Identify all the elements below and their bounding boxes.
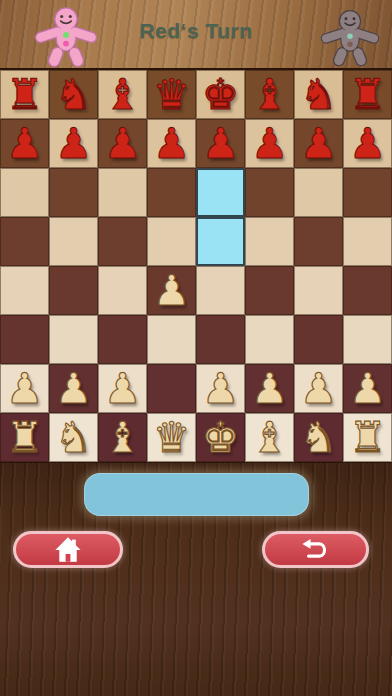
- square-a1[interactable]: ♜: [0, 413, 49, 462]
- square-h4[interactable]: [343, 266, 392, 315]
- square-g5[interactable]: [294, 217, 343, 266]
- square-d4[interactable]: ♟: [147, 266, 196, 315]
- square-a3[interactable]: [0, 315, 49, 364]
- square-f8[interactable]: ♝: [245, 70, 294, 119]
- square-e4[interactable]: [196, 266, 245, 315]
- piece-red-king-e8[interactable]: ♚: [202, 70, 240, 119]
- square-d8[interactable]: ♛: [147, 70, 196, 119]
- piece-red-queen-d8[interactable]: ♛: [153, 70, 191, 119]
- piece-red-rook-a8[interactable]: ♜: [6, 70, 44, 119]
- square-h2[interactable]: ♟: [343, 364, 392, 413]
- square-c7[interactable]: ♟: [98, 119, 147, 168]
- square-b7[interactable]: ♟: [49, 119, 98, 168]
- square-f4[interactable]: [245, 266, 294, 315]
- piece-white-pawn-h2[interactable]: ♟: [349, 364, 387, 413]
- piece-white-bishop-c1[interactable]: ♝: [104, 413, 142, 462]
- piece-red-pawn-a7[interactable]: ♟: [6, 119, 44, 168]
- square-h1[interactable]: ♜: [343, 413, 392, 462]
- square-d6[interactable]: [147, 168, 196, 217]
- square-e2[interactable]: ♟: [196, 364, 245, 413]
- piece-red-bishop-f8[interactable]: ♝: [251, 70, 289, 119]
- square-b2[interactable]: ♟: [49, 364, 98, 413]
- app-screen: Red‘s Turn: [0, 0, 392, 696]
- square-b8[interactable]: ♞: [49, 70, 98, 119]
- undo-button[interactable]: [262, 531, 369, 568]
- undo-icon: [299, 537, 333, 563]
- piece-red-pawn-c7[interactable]: ♟: [104, 119, 142, 168]
- piece-red-pawn-b7[interactable]: ♟: [55, 119, 93, 168]
- square-e5[interactable]: [196, 217, 245, 266]
- square-d3[interactable]: [147, 315, 196, 364]
- home-icon: [53, 536, 83, 563]
- square-g7[interactable]: ♟: [294, 119, 343, 168]
- piece-white-bishop-f1[interactable]: ♝: [251, 413, 289, 462]
- square-h3[interactable]: [343, 315, 392, 364]
- piece-white-rook-h1[interactable]: ♜: [349, 413, 387, 462]
- square-d1[interactable]: ♛: [147, 413, 196, 462]
- square-h6[interactable]: [343, 168, 392, 217]
- square-c5[interactable]: [98, 217, 147, 266]
- piece-white-pawn-d4[interactable]: ♟: [153, 266, 191, 315]
- square-a8[interactable]: ♜: [0, 70, 49, 119]
- square-d2[interactable]: [147, 364, 196, 413]
- header: Red‘s Turn: [0, 0, 392, 70]
- square-g6[interactable]: [294, 168, 343, 217]
- square-b4[interactable]: [49, 266, 98, 315]
- square-f2[interactable]: ♟: [245, 364, 294, 413]
- square-g8[interactable]: ♞: [294, 70, 343, 119]
- piece-red-rook-h8[interactable]: ♜: [349, 70, 387, 119]
- square-a7[interactable]: ♟: [0, 119, 49, 168]
- piece-red-pawn-h7[interactable]: ♟: [349, 119, 387, 168]
- piece-white-knight-b1[interactable]: ♞: [55, 413, 93, 462]
- piece-white-pawn-c2[interactable]: ♟: [104, 364, 142, 413]
- square-h7[interactable]: ♟: [343, 119, 392, 168]
- piece-white-rook-a1[interactable]: ♜: [6, 413, 44, 462]
- square-a6[interactable]: [0, 168, 49, 217]
- piece-white-knight-g1[interactable]: ♞: [300, 413, 338, 462]
- piece-red-pawn-d7[interactable]: ♟: [153, 119, 191, 168]
- gray-gingerbread-player-icon: [310, 7, 390, 69]
- square-c2[interactable]: ♟: [98, 364, 147, 413]
- square-g4[interactable]: [294, 266, 343, 315]
- piece-white-pawn-b2[interactable]: ♟: [55, 364, 93, 413]
- piece-red-pawn-e7[interactable]: ♟: [202, 119, 240, 168]
- piece-white-pawn-g2[interactable]: ♟: [300, 364, 338, 413]
- piece-red-bishop-c8[interactable]: ♝: [104, 70, 142, 119]
- square-b3[interactable]: [49, 315, 98, 364]
- square-e1[interactable]: ♚: [196, 413, 245, 462]
- square-c6[interactable]: [98, 168, 147, 217]
- message-bar: [84, 473, 309, 516]
- square-g2[interactable]: ♟: [294, 364, 343, 413]
- piece-red-pawn-f7[interactable]: ♟: [251, 119, 289, 168]
- square-b5[interactable]: [49, 217, 98, 266]
- square-h8[interactable]: ♜: [343, 70, 392, 119]
- square-b6[interactable]: [49, 168, 98, 217]
- square-f3[interactable]: [245, 315, 294, 364]
- piece-white-queen-d1[interactable]: ♛: [153, 413, 191, 462]
- square-f5[interactable]: [245, 217, 294, 266]
- chess-board[interactable]: ♜♞♝♛♚♝♞♜♟♟♟♟♟♟♟♟♟♟♟♟♟♟♟♟♜♞♝♛♚♝♞♜: [0, 68, 392, 465]
- square-f1[interactable]: ♝: [245, 413, 294, 462]
- piece-white-pawn-a2[interactable]: ♟: [6, 364, 44, 413]
- piece-red-pawn-g7[interactable]: ♟: [300, 119, 338, 168]
- square-h5[interactable]: [343, 217, 392, 266]
- piece-red-knight-b8[interactable]: ♞: [55, 70, 93, 119]
- piece-white-pawn-e2[interactable]: ♟: [202, 364, 240, 413]
- square-f7[interactable]: ♟: [245, 119, 294, 168]
- square-c4[interactable]: [98, 266, 147, 315]
- square-d7[interactable]: ♟: [147, 119, 196, 168]
- piece-red-knight-g8[interactable]: ♞: [300, 70, 338, 119]
- piece-white-king-e1[interactable]: ♚: [202, 413, 240, 462]
- square-c1[interactable]: ♝: [98, 413, 147, 462]
- square-a5[interactable]: [0, 217, 49, 266]
- square-f6[interactable]: [245, 168, 294, 217]
- square-a2[interactable]: ♟: [0, 364, 49, 413]
- square-b1[interactable]: ♞: [49, 413, 98, 462]
- square-g3[interactable]: [294, 315, 343, 364]
- piece-white-pawn-f2[interactable]: ♟: [251, 364, 289, 413]
- bottom-panel: [0, 463, 392, 696]
- square-e6[interactable]: [196, 168, 245, 217]
- square-e8[interactable]: ♚: [196, 70, 245, 119]
- square-c3[interactable]: [98, 315, 147, 364]
- square-e7[interactable]: ♟: [196, 119, 245, 168]
- square-c8[interactable]: ♝: [98, 70, 147, 119]
- square-a4[interactable]: [0, 266, 49, 315]
- square-g1[interactable]: ♞: [294, 413, 343, 462]
- home-button[interactable]: [13, 531, 123, 568]
- square-d5[interactable]: [147, 217, 196, 266]
- square-e3[interactable]: [196, 315, 245, 364]
